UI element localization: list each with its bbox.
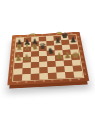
white-king[interactable]: ♚	[71, 50, 80, 61]
black-pawn[interactable]: ♟	[69, 36, 77, 46]
file-label: c	[31, 80, 40, 84]
square-g8[interactable]: ♚	[61, 35, 69, 40]
file-label: a	[13, 81, 22, 86]
scene: abcdefgh 87654321 ♚♟♟♟♜♟♜♝♞♛♞♟♟♟♟♚ 87654…	[10, 26, 86, 90]
square-g4[interactable]: ♟	[63, 55, 72, 61]
file-label: f	[57, 78, 66, 82]
black-king[interactable]: ♚	[61, 31, 69, 41]
square-h7[interactable]: ♟	[69, 39, 77, 44]
square-c1[interactable]	[31, 73, 40, 80]
chess-board: ♚♟♟♟♜♟♜♝♞♛♞♟♟♟♟♚	[13, 35, 83, 81]
square-d3[interactable]	[39, 61, 47, 67]
file-label: b	[22, 80, 31, 84]
file-label: h	[74, 77, 83, 81]
black-rook[interactable]: ♜	[54, 36, 62, 46]
square-h1[interactable]	[73, 71, 83, 78]
square-f4[interactable]: ♟	[55, 55, 64, 61]
square-d1[interactable]	[39, 73, 48, 80]
square-f7[interactable]: ♜	[54, 40, 62, 45]
file-label: d	[39, 79, 48, 83]
square-b1[interactable]	[22, 74, 31, 81]
brass-hinge-icon	[30, 33, 35, 35]
square-h4[interactable]: ♚	[71, 54, 80, 60]
white-pawn[interactable]: ♟	[22, 53, 31, 64]
board-frame: abcdefgh 87654321 ♚♟♟♟♜♟♜♝♞♛♞♟♟♟♟♚ 87654…	[7, 32, 89, 85]
file-label: e	[48, 79, 57, 83]
black-knight[interactable]: ♞	[47, 47, 56, 57]
board-tilt: abcdefgh 87654321 ♚♟♟♟♜♟♜♝♞♛♞♟♟♟♟♚ 87654…	[7, 32, 89, 85]
square-e5[interactable]: ♞	[47, 50, 55, 56]
square-b4[interactable]: ♟	[23, 57, 31, 63]
product-photo: abcdefgh 87654321 ♚♟♟♟♜♟♜♝♞♛♞♟♟♟♟♚ 87654…	[0, 0, 95, 126]
